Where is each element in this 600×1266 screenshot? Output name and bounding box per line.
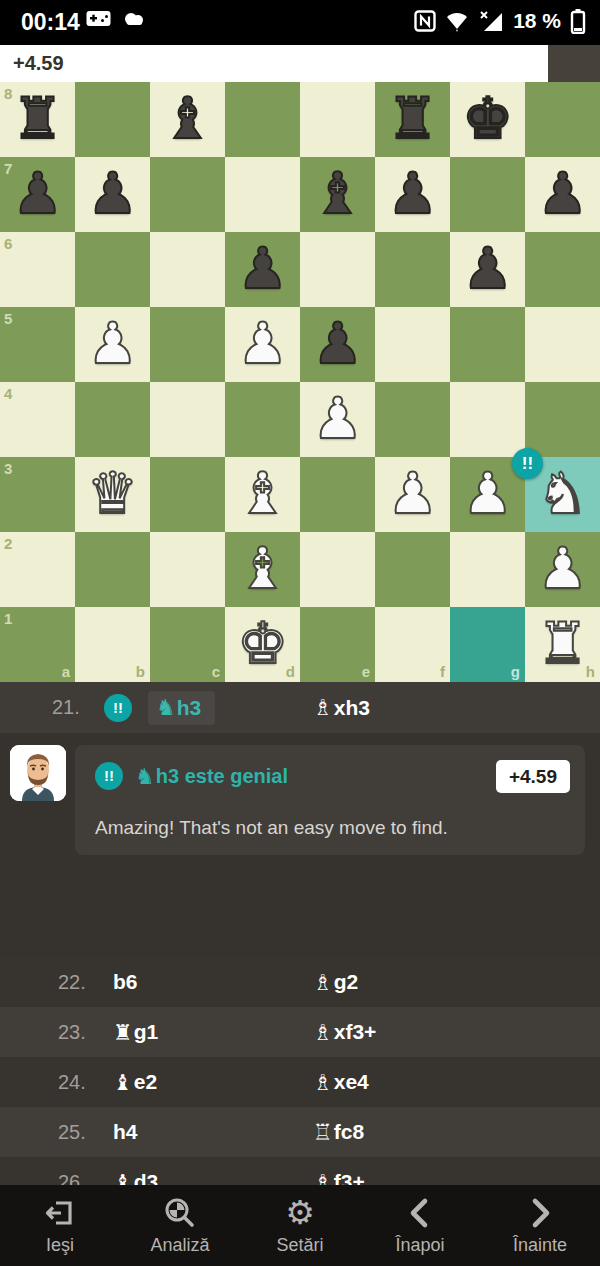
evaluation-value: +4.59 (13, 52, 64, 75)
rank-label-8: 8 (4, 85, 12, 102)
piece-figurine-icon: ♜ (113, 1020, 133, 1045)
black-move[interactable]: ♗xf3+ (313, 1020, 376, 1045)
battery-icon (570, 8, 586, 34)
file-label-b: b (136, 663, 145, 680)
piece-figurine-icon: ♗ (313, 1020, 333, 1045)
square-c4[interactable] (150, 382, 225, 457)
evaluation-bar: +4.59 (0, 45, 600, 82)
square-d8[interactable] (225, 82, 300, 157)
black-pawn-d6[interactable]: ♟ (225, 232, 300, 307)
square-a5[interactable]: 5 (0, 307, 75, 382)
square-b2[interactable] (75, 532, 150, 607)
file-label-e: e (362, 663, 370, 680)
nav-label: Înainte (513, 1235, 567, 1256)
nfc-icon (414, 10, 436, 32)
square-f3[interactable]: ♟ (375, 457, 450, 532)
black-move[interactable]: ♗g2 (313, 970, 358, 995)
square-e8[interactable] (300, 82, 375, 157)
square-c8[interactable]: ♝ (150, 82, 225, 157)
bottom-navigation: Ieşi Analiză ⚙ Setări Înapo (0, 1185, 600, 1266)
square-h5[interactable] (525, 307, 600, 382)
move-number: 25. (58, 1121, 113, 1144)
status-bar: 00:14 (0, 0, 600, 45)
app-screen: 00:14 (0, 0, 600, 1266)
square-d1[interactable]: ♚d (225, 607, 300, 682)
rank-label-2: 2 (4, 535, 12, 552)
square-e4[interactable]: ♟ (300, 382, 375, 457)
square-f6[interactable] (375, 232, 450, 307)
evaluation-bar-white-advantage: +4.59 (0, 45, 548, 82)
square-e1[interactable]: e (300, 607, 375, 682)
clock-time: 00:14 (21, 9, 80, 36)
square-b1[interactable]: b (75, 607, 150, 682)
square-d7[interactable] (225, 157, 300, 232)
nav-label: Setări (276, 1235, 323, 1256)
white-bishop-d3[interactable]: ♝ (225, 457, 300, 532)
file-label-d: d (286, 663, 295, 680)
nav-item-exit[interactable]: Ieşi (0, 1185, 120, 1266)
brilliant-badge: !! (95, 762, 123, 790)
square-g4[interactable] (450, 382, 525, 457)
square-h4[interactable] (525, 382, 600, 457)
nav-item-forward[interactable]: Înainte (480, 1185, 600, 1266)
brilliant-move-board-badge: !! (512, 448, 543, 479)
square-c6[interactable] (150, 232, 225, 307)
current-black-move-text: xh3 (334, 696, 370, 720)
square-b6[interactable] (75, 232, 150, 307)
black-pawn-f7[interactable]: ♟ (375, 157, 450, 232)
square-g6[interactable]: ♟ (450, 232, 525, 307)
gamepad-icon (86, 10, 111, 27)
square-c3[interactable] (150, 457, 225, 532)
square-h2[interactable]: ♟ (525, 532, 600, 607)
white-move[interactable]: ♝e2 (113, 1070, 157, 1095)
gear-icon: ⚙ (285, 1196, 315, 1230)
nav-item-analysis[interactable]: Analiză (120, 1185, 240, 1266)
white-bishop-d2[interactable]: ♝ (225, 532, 300, 607)
square-a4[interactable]: 4 (0, 382, 75, 457)
piece-figurine-icon: ♗ (313, 970, 333, 995)
wifi-icon (445, 10, 469, 32)
current-move-row: 21. !! ♞h3 ♗xh3 (0, 682, 600, 733)
white-pawn-f3[interactable]: ♟ (375, 457, 450, 532)
white-pawn-b5[interactable]: ♟ (75, 307, 150, 382)
square-c7[interactable] (150, 157, 225, 232)
square-a8[interactable]: ♜8 (0, 82, 75, 157)
chevron-right-icon (525, 1196, 555, 1230)
black-pawn-g6[interactable]: ♟ (450, 232, 525, 307)
chevron-left-icon (405, 1196, 435, 1230)
black-move[interactable]: ♗xe4 (313, 1070, 369, 1095)
analysis-icon (163, 1196, 197, 1230)
piece-figurine-icon: ♝ (113, 1070, 133, 1095)
black-pawn-e5[interactable]: ♟ (300, 307, 375, 382)
square-g8[interactable]: ♚ (450, 82, 525, 157)
white-move[interactable]: h4 (113, 1120, 138, 1144)
square-a6[interactable]: 6 (0, 232, 75, 307)
piece-figurine-icon: ♖ (313, 1120, 333, 1145)
comment-body: Amazing! That's not an easy move to find… (95, 817, 448, 839)
coach-avatar (10, 745, 66, 801)
square-f5[interactable] (375, 307, 450, 382)
rank-label-4: 4 (4, 385, 12, 402)
white-pawn-h2[interactable]: ♟ (525, 532, 600, 607)
square-a7[interactable]: ♟7 (0, 157, 75, 232)
battery-percentage: 18 % (513, 9, 561, 33)
cloud-icon (122, 10, 147, 27)
coach-comment-card: !! ♞h3 este genial +4.59 Amazing! That's… (75, 745, 585, 855)
move-row: 24.♝e2♗xe4 (0, 1057, 600, 1107)
square-d2[interactable]: ♝ (225, 532, 300, 607)
square-a1[interactable]: 1a (0, 607, 75, 682)
black-bishop-c8[interactable]: ♝ (150, 82, 225, 157)
move-number: 22. (58, 971, 113, 994)
square-d4[interactable] (225, 382, 300, 457)
move-row: 22.b6♗g2 (0, 957, 600, 1007)
black-rook-f8[interactable]: ♜ (375, 82, 450, 157)
white-queen-b3[interactable]: ♛ (75, 457, 150, 532)
nav-item-settings[interactable]: ⚙ Setări (240, 1185, 360, 1266)
square-e5[interactable]: ♟ (300, 307, 375, 382)
nav-item-back[interactable]: Înapoi (360, 1185, 480, 1266)
move-number: 24. (58, 1071, 113, 1094)
move-row: 23.♜g1♗xf3+ (0, 1007, 600, 1057)
square-c1[interactable]: c (150, 607, 225, 682)
rank-label-7: 7 (4, 160, 12, 177)
file-label-a: a (62, 663, 70, 680)
eval-badge: +4.59 (496, 760, 570, 793)
move-list: 22.b6♗g223.♜g1♗xf3+24.♝e2♗xe425.h4♖fc826… (0, 957, 600, 1207)
nav-label: Înapoi (395, 1235, 444, 1256)
bishop-figurine-icon: ♗ (313, 695, 333, 720)
square-g2[interactable] (450, 532, 525, 607)
square-f8[interactable]: ♜ (375, 82, 450, 157)
square-e2[interactable] (300, 532, 375, 607)
comment-title: ♞h3 este genial (135, 764, 288, 789)
rank-label-5: 5 (4, 310, 12, 327)
square-f7[interactable]: ♟ (375, 157, 450, 232)
chess-board[interactable]: ♜8♝♜♚♟7♟♝♟♟6♟♟5♟♟♟4♟3♛♝♟♟♞!!2♝♟1abc♚defg… (0, 82, 600, 682)
black-pawn-h7[interactable]: ♟ (525, 157, 600, 232)
white-move[interactable]: b6 (113, 970, 138, 994)
black-bishop-e7[interactable]: ♝ (300, 157, 375, 232)
black-pawn-b7[interactable]: ♟ (75, 157, 150, 232)
square-h1[interactable]: ♜h (525, 607, 600, 682)
rank-label-3: 3 (4, 460, 12, 477)
file-label-c: c (212, 663, 220, 680)
knight-figurine-icon: ♞ (156, 695, 176, 720)
rank-label-1: 1 (4, 610, 12, 627)
square-g5[interactable] (450, 307, 525, 382)
square-f1[interactable]: f (375, 607, 450, 682)
square-c5[interactable] (150, 307, 225, 382)
exit-icon (44, 1196, 76, 1230)
move-number: 23. (58, 1021, 113, 1044)
current-white-move[interactable]: ♞h3 (148, 691, 215, 725)
nav-label: Ieşi (46, 1235, 74, 1256)
square-c2[interactable] (150, 532, 225, 607)
square-b7[interactable]: ♟ (75, 157, 150, 232)
white-pawn-e4[interactable]: ♟ (300, 382, 375, 457)
white-move[interactable]: ♜g1 (113, 1020, 158, 1045)
brilliant-move-badge: !! (104, 694, 132, 722)
square-d6[interactable]: ♟ (225, 232, 300, 307)
current-white-move-text: h3 (177, 696, 202, 720)
move-number: 21. (52, 696, 104, 719)
square-a2[interactable]: 2 (0, 532, 75, 607)
nav-label: Analiză (150, 1235, 209, 1256)
square-h7[interactable]: ♟ (525, 157, 600, 232)
square-g7[interactable] (450, 157, 525, 232)
square-h3[interactable]: ♞!! (525, 457, 600, 532)
square-h8[interactable] (525, 82, 600, 157)
black-move[interactable]: ♖fc8 (313, 1120, 364, 1145)
square-f4[interactable] (375, 382, 450, 457)
move-row: 25.h4♖fc8 (0, 1107, 600, 1157)
square-f2[interactable] (375, 532, 450, 607)
square-b8[interactable] (75, 82, 150, 157)
white-pawn-d5[interactable]: ♟ (225, 307, 300, 382)
comment-section: !! ♞h3 este genial +4.59 Amazing! That's… (0, 733, 600, 957)
knight-figurine-icon: ♞ (135, 764, 155, 789)
square-e7[interactable]: ♝ (300, 157, 375, 232)
signal-icon (478, 10, 504, 32)
square-b3[interactable]: ♛ (75, 457, 150, 532)
square-b5[interactable]: ♟ (75, 307, 150, 382)
square-h6[interactable] (525, 232, 600, 307)
square-b4[interactable] (75, 382, 150, 457)
square-e6[interactable] (300, 232, 375, 307)
rank-label-6: 6 (4, 235, 12, 252)
square-e3[interactable] (300, 457, 375, 532)
square-d5[interactable]: ♟ (225, 307, 300, 382)
file-label-g: g (511, 663, 520, 680)
file-label-f: f (440, 663, 445, 680)
square-d3[interactable]: ♝ (225, 457, 300, 532)
piece-figurine-icon: ♗ (313, 1070, 333, 1095)
square-g1[interactable]: g (450, 607, 525, 682)
file-label-h: h (586, 663, 595, 680)
black-king-g8[interactable]: ♚ (450, 82, 525, 157)
current-black-move[interactable]: ♗xh3 (313, 695, 370, 720)
square-a3[interactable]: 3 (0, 457, 75, 532)
